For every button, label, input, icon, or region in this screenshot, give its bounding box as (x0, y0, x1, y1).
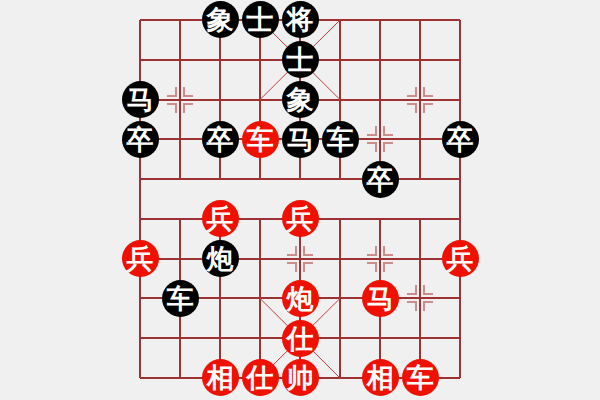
black-chariot-glyph: 车 (162, 280, 199, 317)
black-soldier-glyph: 卒 (122, 121, 159, 158)
black-elephant-glyph: 象 (282, 81, 319, 118)
black-soldier[interactable]: 卒 (120, 119, 160, 159)
black-horse[interactable]: 马 (280, 119, 320, 159)
red-horse-glyph: 马 (362, 280, 399, 317)
black-advisor-glyph: 士 (242, 1, 279, 38)
black-elephant[interactable]: 象 (280, 80, 320, 120)
black-advisor[interactable]: 士 (280, 40, 320, 80)
red-advisor-glyph: 仕 (282, 320, 319, 357)
black-soldier-glyph: 卒 (362, 161, 399, 198)
black-soldier[interactable]: 卒 (440, 119, 480, 159)
red-cannon-glyph: 炮 (282, 280, 319, 317)
red-general[interactable]: 帅 (280, 358, 320, 398)
red-chariot[interactable]: 车 (240, 119, 280, 159)
black-cannon-glyph: 炮 (202, 240, 239, 277)
black-soldier[interactable]: 卒 (360, 159, 400, 199)
red-chariot[interactable]: 车 (400, 358, 440, 398)
red-chariot-glyph: 车 (242, 121, 279, 158)
black-chariot[interactable]: 车 (160, 278, 200, 318)
piece-grid: 象士将士马象卒卒车马车卒卒兵兵兵炮兵车炮马仕相仕帅相车 (120, 0, 480, 398)
red-advisor[interactable]: 仕 (280, 318, 320, 358)
red-soldier-glyph: 兵 (282, 200, 319, 237)
black-elephant[interactable]: 象 (200, 0, 240, 40)
red-advisor-glyph: 仕 (242, 359, 279, 396)
xiangqi-board[interactable]: 象士将士马象卒卒车马车卒卒兵兵兵炮兵车炮马仕相仕帅相车 (0, 0, 600, 400)
black-general-glyph: 将 (282, 1, 319, 38)
red-advisor[interactable]: 仕 (240, 358, 280, 398)
red-elephant[interactable]: 相 (200, 358, 240, 398)
black-chariot[interactable]: 车 (320, 119, 360, 159)
red-elephant[interactable]: 相 (360, 358, 400, 398)
black-elephant-glyph: 象 (202, 1, 239, 38)
black-advisor-glyph: 士 (282, 41, 319, 78)
red-soldier-glyph: 兵 (202, 200, 239, 237)
red-soldier[interactable]: 兵 (440, 239, 480, 279)
red-general-glyph: 帅 (282, 359, 319, 396)
black-advisor[interactable]: 士 (240, 0, 280, 40)
red-soldier[interactable]: 兵 (200, 199, 240, 239)
red-horse[interactable]: 马 (360, 278, 400, 318)
red-chariot-glyph: 车 (402, 359, 439, 396)
black-horse-glyph: 马 (122, 81, 159, 118)
red-cannon[interactable]: 炮 (280, 278, 320, 318)
red-soldier[interactable]: 兵 (280, 199, 320, 239)
black-soldier-glyph: 卒 (202, 121, 239, 158)
red-elephant-glyph: 相 (362, 359, 399, 396)
black-horse[interactable]: 马 (120, 80, 160, 120)
black-general[interactable]: 将 (280, 0, 320, 40)
black-chariot-glyph: 车 (322, 121, 359, 158)
red-soldier-glyph: 兵 (442, 240, 479, 277)
black-soldier[interactable]: 卒 (200, 119, 240, 159)
red-soldier-glyph: 兵 (122, 240, 159, 277)
black-cannon[interactable]: 炮 (200, 239, 240, 279)
black-horse-glyph: 马 (282, 121, 319, 158)
black-soldier-glyph: 卒 (442, 121, 479, 158)
red-soldier[interactable]: 兵 (120, 239, 160, 279)
red-elephant-glyph: 相 (202, 359, 239, 396)
